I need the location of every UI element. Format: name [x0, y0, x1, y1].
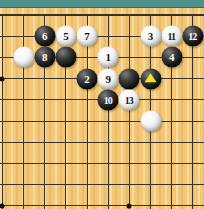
- move-number: 2: [84, 68, 90, 89]
- grid-hline: [0, 163, 204, 164]
- triangle-marker-icon: [145, 73, 157, 82]
- move-number: 9: [105, 68, 111, 89]
- window-title-bar: [0, 0, 204, 8]
- grid-hline: [0, 205, 204, 206]
- black-stone-move-6[interactable]: 6: [34, 26, 55, 47]
- grid-vline: [108, 14, 109, 209]
- star-point: [0, 76, 5, 81]
- move-number: 13: [125, 89, 133, 110]
- move-number: 11: [167, 26, 174, 47]
- move-number: 6: [42, 26, 48, 47]
- grid-hline: [0, 14, 204, 16]
- grid-hline: [0, 142, 204, 143]
- grid-hline: [0, 121, 204, 122]
- star-point: [0, 203, 5, 208]
- go-app-screenshot: 12345678910111213: [0, 0, 204, 209]
- move-number: 3: [148, 26, 154, 47]
- grid-hline: [0, 184, 204, 185]
- black-stone-move-8[interactable]: 8: [34, 47, 55, 68]
- white-stone-move-5[interactable]: 5: [55, 26, 76, 47]
- black-stone-move-12[interactable]: 12: [182, 26, 203, 47]
- black-stone[interactable]: [140, 68, 161, 89]
- move-number: 12: [188, 26, 196, 47]
- white-stone-move-1[interactable]: 1: [98, 47, 119, 68]
- black-stone[interactable]: [55, 47, 76, 68]
- star-point: [127, 203, 132, 208]
- black-stone[interactable]: [119, 68, 140, 89]
- white-stone[interactable]: [140, 111, 161, 132]
- white-stone-move-3[interactable]: 3: [140, 26, 161, 47]
- go-board[interactable]: 12345678910111213: [0, 8, 204, 209]
- grid-vline: [129, 14, 130, 209]
- move-number: 1: [105, 47, 111, 68]
- grid-vline: [23, 14, 24, 209]
- white-stone-move-11[interactable]: 11: [161, 26, 182, 47]
- move-number: 5: [63, 26, 69, 47]
- move-number: 8: [42, 47, 48, 68]
- black-stone-move-2[interactable]: 2: [77, 68, 98, 89]
- white-stone-move-9[interactable]: 9: [98, 68, 119, 89]
- black-stone-move-4[interactable]: 4: [161, 47, 182, 68]
- grid-vline: [2, 14, 3, 209]
- white-stone-move-7[interactable]: 7: [77, 26, 98, 47]
- white-stone-move-13[interactable]: 13: [119, 89, 140, 110]
- white-stone[interactable]: [13, 47, 34, 68]
- black-stone-move-10[interactable]: 10: [98, 89, 119, 110]
- move-number: 10: [104, 89, 112, 110]
- move-number: 4: [169, 47, 175, 68]
- move-number: 7: [84, 26, 90, 47]
